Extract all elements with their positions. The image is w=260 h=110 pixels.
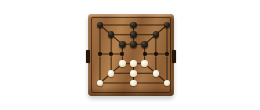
play-area — [100, 25, 167, 83]
black-peg[interactable] — [119, 41, 126, 48]
black-peg[interactable] — [108, 31, 115, 38]
clasp-left-icon — [86, 50, 90, 63]
black-peg[interactable] — [164, 22, 171, 29]
empty-hole[interactable] — [143, 52, 147, 56]
white-peg[interactable] — [108, 70, 115, 77]
black-peg[interactable] — [141, 41, 148, 48]
white-peg[interactable] — [130, 60, 137, 67]
morris-board — [88, 14, 174, 96]
black-peg[interactable] — [130, 31, 137, 38]
white-peg[interactable] — [153, 70, 160, 77]
white-peg[interactable] — [119, 60, 126, 67]
empty-hole[interactable] — [165, 52, 169, 56]
black-peg[interactable] — [130, 22, 137, 29]
black-peg[interactable] — [153, 31, 160, 38]
white-peg[interactable] — [141, 60, 148, 67]
white-peg[interactable] — [130, 80, 137, 87]
empty-hole[interactable] — [120, 52, 124, 56]
product-photo-background — [0, 0, 260, 110]
clasp-right-icon — [172, 50, 176, 63]
black-peg[interactable] — [97, 22, 104, 29]
empty-hole[interactable] — [154, 52, 158, 56]
black-peg[interactable] — [130, 41, 137, 48]
points-grid — [94, 20, 172, 88]
empty-hole[interactable] — [109, 52, 113, 56]
white-peg[interactable] — [97, 80, 104, 87]
empty-hole[interactable] — [98, 52, 102, 56]
white-peg[interactable] — [164, 80, 171, 87]
white-peg[interactable] — [130, 70, 137, 77]
